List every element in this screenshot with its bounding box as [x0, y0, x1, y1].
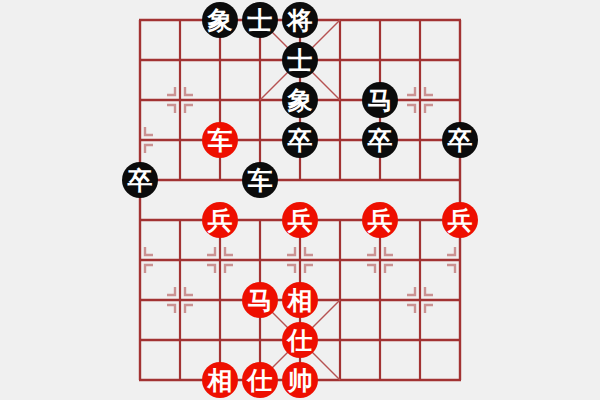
board-point[interactable]	[400, 160, 440, 200]
board-point[interactable]	[240, 320, 280, 360]
piece-red-advisor[interactable]: 仕	[282, 322, 318, 358]
board-point[interactable]: 卒	[120, 160, 160, 200]
board-point[interactable]	[440, 40, 480, 80]
board-point[interactable]	[440, 80, 480, 120]
board-point[interactable]	[400, 0, 440, 40]
board-point[interactable]	[200, 80, 240, 120]
board-point[interactable]: 车	[200, 120, 240, 160]
board-point[interactable]	[120, 360, 160, 400]
board-point[interactable]: 仕	[240, 360, 280, 400]
piece-black-elephant[interactable]: 象	[282, 82, 318, 118]
board-point[interactable]	[440, 240, 480, 280]
piece-black-advisor[interactable]: 士	[242, 2, 278, 38]
piece-red-advisor[interactable]: 仕	[242, 362, 278, 398]
piece-red-king[interactable]: 帅	[282, 362, 318, 398]
board-point[interactable]	[360, 40, 400, 80]
board-point[interactable]	[320, 160, 360, 200]
board-point[interactable]	[400, 320, 440, 360]
piece-black-horse[interactable]: 马	[362, 82, 398, 118]
board-point[interactable]	[240, 120, 280, 160]
board-point[interactable]: 仕	[280, 320, 320, 360]
board-point[interactable]	[280, 240, 320, 280]
board-point[interactable]	[160, 280, 200, 320]
board-point[interactable]	[240, 200, 280, 240]
board-point[interactable]	[120, 240, 160, 280]
piece-red-elephant[interactable]: 相	[202, 362, 238, 398]
board-point[interactable]: 兵	[360, 200, 400, 240]
piece-red-elephant[interactable]: 相	[282, 282, 318, 318]
xiangqi-board: 象士将士象马车卒卒卒卒车兵兵兵兵马相仕相仕帅	[0, 0, 600, 400]
board-point[interactable]	[120, 80, 160, 120]
board-point[interactable]	[120, 200, 160, 240]
piece-black-soldier[interactable]: 卒	[122, 162, 158, 198]
board-point[interactable]: 相	[280, 280, 320, 320]
board-point[interactable]	[320, 240, 360, 280]
board-point[interactable]	[280, 160, 320, 200]
board-point[interactable]	[360, 360, 400, 400]
board-point[interactable]	[200, 40, 240, 80]
board-point[interactable]: 士	[240, 0, 280, 40]
board-point[interactable]	[320, 280, 360, 320]
piece-red-soldier[interactable]: 兵	[442, 202, 478, 238]
piece-black-king[interactable]: 将	[282, 2, 318, 38]
piece-black-advisor[interactable]: 士	[282, 42, 318, 78]
board-grid: 象士将士象马车卒卒卒卒车兵兵兵兵马相仕相仕帅	[120, 0, 480, 400]
board-point[interactable]	[160, 360, 200, 400]
piece-black-soldier[interactable]: 卒	[282, 122, 318, 158]
board-point[interactable]	[320, 360, 360, 400]
board-point[interactable]	[440, 160, 480, 200]
board-point[interactable]	[120, 280, 160, 320]
board-point[interactable]	[240, 80, 280, 120]
board-point[interactable]: 兵	[200, 200, 240, 240]
board-point[interactable]	[440, 280, 480, 320]
piece-red-soldier[interactable]: 兵	[202, 202, 238, 238]
board-point[interactable]	[240, 40, 280, 80]
board-point[interactable]	[160, 200, 200, 240]
board-point[interactable]: 卒	[360, 120, 400, 160]
board-point[interactable]	[200, 320, 240, 360]
piece-black-elephant[interactable]: 象	[202, 2, 238, 38]
board-point[interactable]: 象	[280, 80, 320, 120]
board-point[interactable]	[320, 200, 360, 240]
board-point[interactable]	[360, 320, 400, 360]
board-point[interactable]	[400, 200, 440, 240]
board-point[interactable]	[120, 40, 160, 80]
board-point[interactable]	[360, 160, 400, 200]
board-point[interactable]	[440, 0, 480, 40]
board-point[interactable]	[320, 320, 360, 360]
board-point[interactable]	[160, 40, 200, 80]
board-point[interactable]	[400, 280, 440, 320]
board-point[interactable]	[160, 80, 200, 120]
board-point[interactable]	[360, 280, 400, 320]
board-point[interactable]	[200, 240, 240, 280]
board-point[interactable]	[320, 80, 360, 120]
piece-red-horse[interactable]: 马	[242, 282, 278, 318]
board-point[interactable]	[120, 320, 160, 360]
piece-red-soldier[interactable]: 兵	[282, 202, 318, 238]
board-point[interactable]	[400, 80, 440, 120]
board-point[interactable]	[400, 360, 440, 400]
board-point[interactable]: 将	[280, 0, 320, 40]
piece-black-chariot[interactable]: 车	[242, 162, 278, 198]
board-point[interactable]: 象	[200, 0, 240, 40]
piece-red-chariot[interactable]: 车	[202, 122, 238, 158]
board-point[interactable]	[160, 120, 200, 160]
board-point[interactable]	[160, 0, 200, 40]
board-point[interactable]: 车	[240, 160, 280, 200]
board-point[interactable]	[240, 240, 280, 280]
board-point[interactable]	[320, 0, 360, 40]
board-point[interactable]: 卒	[280, 120, 320, 160]
board-point[interactable]: 马	[360, 80, 400, 120]
board-point[interactable]	[160, 240, 200, 280]
board-point[interactable]	[120, 0, 160, 40]
board-point[interactable]	[440, 360, 480, 400]
board-point[interactable]	[400, 240, 440, 280]
board-point[interactable]	[400, 40, 440, 80]
board-point[interactable]	[160, 320, 200, 360]
board-point[interactable]	[440, 320, 480, 360]
board-point[interactable]	[360, 0, 400, 40]
board-point[interactable]	[200, 280, 240, 320]
board-point[interactable]: 相	[200, 360, 240, 400]
board-point[interactable]	[120, 120, 160, 160]
piece-black-soldier[interactable]: 卒	[442, 122, 478, 158]
board-point[interactable]	[320, 40, 360, 80]
board-point[interactable]: 卒	[440, 120, 480, 160]
board-point[interactable]: 兵	[280, 200, 320, 240]
piece-black-soldier[interactable]: 卒	[362, 122, 398, 158]
piece-red-soldier[interactable]: 兵	[362, 202, 398, 238]
board-point[interactable]	[400, 120, 440, 160]
board-point[interactable]	[320, 120, 360, 160]
board-point[interactable]	[160, 160, 200, 200]
board-point[interactable]: 马	[240, 280, 280, 320]
board-point[interactable]: 士	[280, 40, 320, 80]
board-point[interactable]: 兵	[440, 200, 480, 240]
board-point[interactable]	[200, 160, 240, 200]
board-point[interactable]: 帅	[280, 360, 320, 400]
board-point[interactable]	[360, 240, 400, 280]
